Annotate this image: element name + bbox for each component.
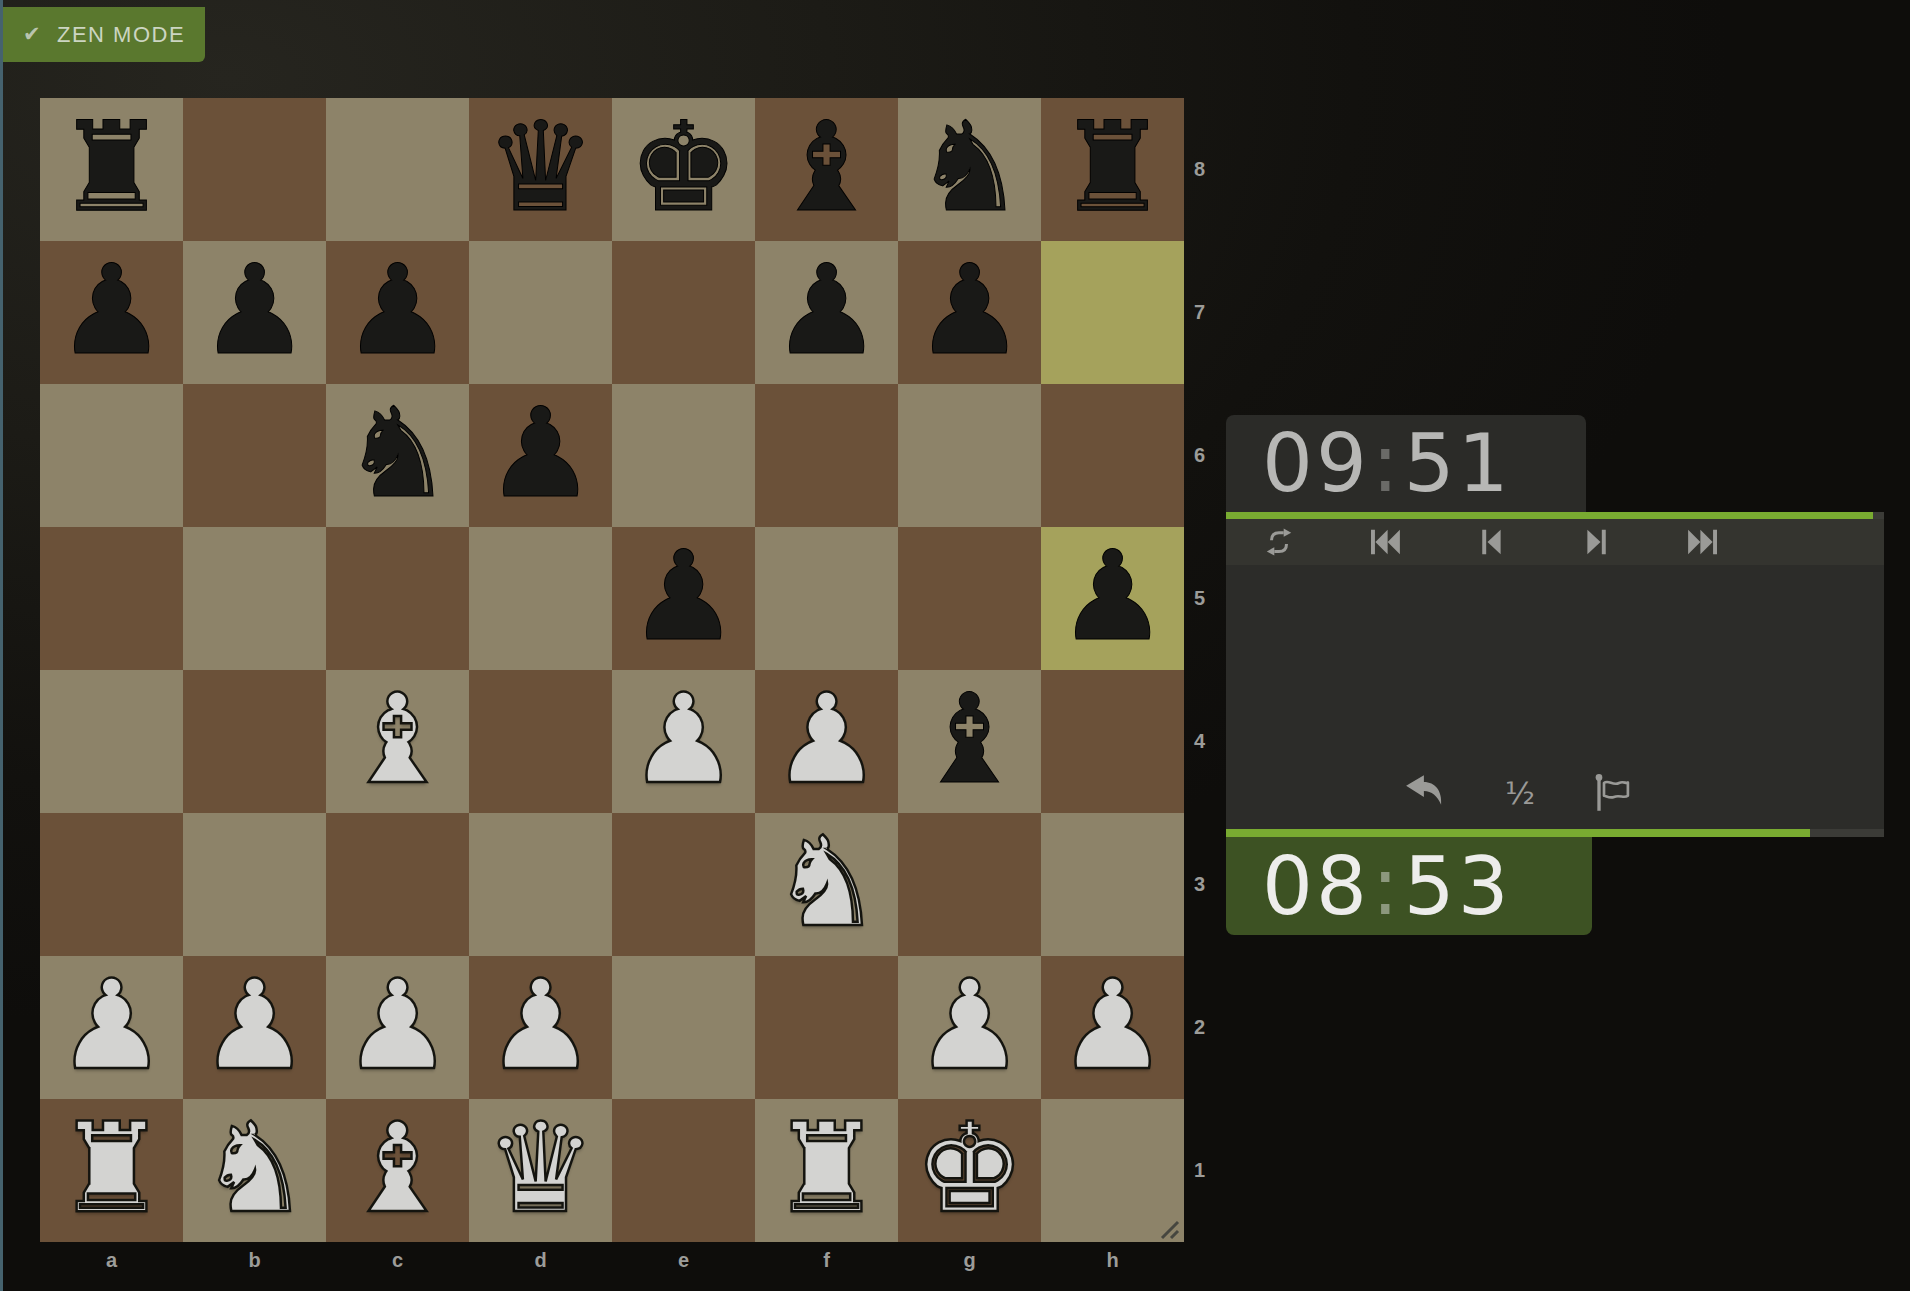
skip-to-start-icon: [1368, 528, 1402, 556]
square-e2[interactable]: [612, 956, 755, 1099]
square-h7[interactable]: [1041, 241, 1184, 384]
flip-board-button[interactable]: [1226, 519, 1332, 565]
draw-offer-button[interactable]: ½: [1498, 768, 1542, 818]
square-c5[interactable]: [326, 527, 469, 670]
square-f1[interactable]: ♜: [755, 1099, 898, 1242]
black-pawn[interactable]: ♟: [1057, 534, 1168, 658]
square-a1[interactable]: ♜: [40, 1099, 183, 1242]
black-queen[interactable]: ♛: [485, 105, 596, 229]
square-a5[interactable]: [40, 527, 183, 670]
black-clock-seconds: 51: [1404, 417, 1512, 510]
square-b7[interactable]: ♟: [183, 241, 326, 384]
black-bishop[interactable]: ♝: [914, 677, 1025, 801]
square-e8[interactable]: ♚: [612, 98, 755, 241]
file-label-b: b: [183, 1249, 326, 1277]
white-time-bar-fill: [1226, 829, 1810, 837]
rank-label-2: 2: [1192, 956, 1218, 1099]
white-pawn[interactable]: ♟: [485, 963, 596, 1087]
white-pawn[interactable]: ♟: [914, 963, 1025, 1087]
resign-button[interactable]: [1592, 768, 1636, 818]
square-e1[interactable]: [612, 1099, 755, 1242]
white-clock-colon: :: [1372, 840, 1402, 933]
move-navigation-bar: [1226, 519, 1884, 565]
square-g4[interactable]: ♝: [898, 670, 1041, 813]
square-c4[interactable]: ♝: [326, 670, 469, 813]
square-a3[interactable]: [40, 813, 183, 956]
check-icon: ✔: [23, 22, 42, 46]
rank-coordinates: 87654321: [1192, 98, 1218, 1242]
square-f6[interactable]: [755, 384, 898, 527]
white-rook[interactable]: ♜: [56, 1106, 167, 1230]
black-pawn[interactable]: ♟: [199, 248, 310, 372]
square-f3[interactable]: ♞: [755, 813, 898, 956]
rank-label-4: 4: [1192, 670, 1218, 813]
zen-mode-label: ZEN MODE: [57, 22, 185, 48]
square-g3[interactable]: [898, 813, 1041, 956]
black-clock-minutes: 09: [1262, 417, 1370, 510]
square-g8[interactable]: ♞: [898, 98, 1041, 241]
square-d7[interactable]: [469, 241, 612, 384]
white-pawn[interactable]: ♟: [771, 677, 882, 801]
black-pawn[interactable]: ♟: [485, 391, 596, 515]
flag-icon: [1594, 773, 1634, 813]
square-f7[interactable]: ♟: [755, 241, 898, 384]
square-a2[interactable]: ♟: [40, 956, 183, 1099]
square-d1[interactable]: ♛: [469, 1099, 612, 1242]
board-resize-handle[interactable]: [1152, 1212, 1180, 1240]
last-move-button[interactable]: [1650, 519, 1756, 565]
rank-label-6: 6: [1192, 384, 1218, 527]
white-pawn[interactable]: ♟: [1057, 963, 1168, 1087]
square-h3[interactable]: [1041, 813, 1184, 956]
square-g2[interactable]: ♟: [898, 956, 1041, 1099]
black-pawn[interactable]: ♟: [771, 248, 882, 372]
square-e6[interactable]: [612, 384, 755, 527]
square-h8[interactable]: ♜: [1041, 98, 1184, 241]
white-pawn[interactable]: ♟: [199, 963, 310, 1087]
square-h2[interactable]: ♟: [1041, 956, 1184, 1099]
rank-label-5: 5: [1192, 527, 1218, 670]
square-c8[interactable]: [326, 98, 469, 241]
square-a6[interactable]: [40, 384, 183, 527]
square-f4[interactable]: ♟: [755, 670, 898, 813]
next-move-button[interactable]: [1544, 519, 1650, 565]
white-pawn[interactable]: ♟: [628, 677, 739, 801]
white-bishop[interactable]: ♝: [342, 677, 453, 801]
file-label-g: g: [898, 1249, 1041, 1277]
square-e7[interactable]: [612, 241, 755, 384]
square-b1[interactable]: ♞: [183, 1099, 326, 1242]
square-e3[interactable]: [612, 813, 755, 956]
white-king[interactable]: ♚: [914, 1106, 1025, 1230]
black-pawn[interactable]: ♟: [56, 248, 167, 372]
skip-to-end-icon: [1686, 528, 1720, 556]
square-d8[interactable]: ♛: [469, 98, 612, 241]
square-b5[interactable]: [183, 527, 326, 670]
game-action-row: ½: [1226, 762, 1812, 824]
rank-label-8: 8: [1192, 98, 1218, 241]
square-a7[interactable]: ♟: [40, 241, 183, 384]
black-rook[interactable]: ♜: [56, 105, 167, 229]
cycle-arrows-icon: [1264, 527, 1294, 557]
white-clock-minutes: 08: [1262, 840, 1370, 933]
undo-arrow-icon: [1402, 773, 1448, 813]
white-knight[interactable]: ♞: [771, 820, 882, 944]
white-pawn[interactable]: ♟: [342, 963, 453, 1087]
file-label-d: d: [469, 1249, 612, 1277]
square-d5[interactable]: [469, 527, 612, 670]
rank-label-7: 7: [1192, 241, 1218, 384]
first-move-button[interactable]: [1332, 519, 1438, 565]
square-c2[interactable]: ♟: [326, 956, 469, 1099]
square-b6[interactable]: [183, 384, 326, 527]
square-b8[interactable]: [183, 98, 326, 241]
black-rook[interactable]: ♜: [1057, 105, 1168, 229]
file-label-a: a: [40, 1249, 183, 1277]
black-pawn[interactable]: ♟: [628, 534, 739, 658]
white-clock-seconds: 53: [1404, 840, 1512, 933]
square-a4[interactable]: [40, 670, 183, 813]
square-c3[interactable]: [326, 813, 469, 956]
square-e4[interactable]: ♟: [612, 670, 755, 813]
file-label-e: e: [612, 1249, 755, 1277]
white-queen[interactable]: ♛: [485, 1106, 596, 1230]
square-g5[interactable]: [898, 527, 1041, 670]
square-g7[interactable]: ♟: [898, 241, 1041, 384]
square-h4[interactable]: [1041, 670, 1184, 813]
file-label-f: f: [755, 1249, 898, 1277]
white-knight[interactable]: ♞: [199, 1106, 310, 1230]
step-back-icon: [1479, 528, 1503, 556]
black-pawn[interactable]: ♟: [914, 248, 1025, 372]
square-c6[interactable]: ♞: [326, 384, 469, 527]
square-b2[interactable]: ♟: [183, 956, 326, 1099]
square-b4[interactable]: [183, 670, 326, 813]
black-time-bar-fill: [1226, 512, 1873, 519]
square-f5[interactable]: [755, 527, 898, 670]
square-d2[interactable]: ♟: [469, 956, 612, 1099]
square-d4[interactable]: [469, 670, 612, 813]
white-clock: 08:53: [1226, 837, 1592, 935]
black-knight[interactable]: ♞: [342, 391, 453, 515]
zen-mode-button[interactable]: ✔ ZEN MODE: [3, 7, 205, 62]
previous-move-button[interactable]: [1438, 519, 1544, 565]
square-g1[interactable]: ♚: [898, 1099, 1041, 1242]
rank-label-3: 3: [1192, 813, 1218, 956]
half-point-label: ½: [1505, 775, 1535, 811]
white-time-bar: [1226, 829, 1884, 837]
square-h6[interactable]: [1041, 384, 1184, 527]
square-d6[interactable]: ♟: [469, 384, 612, 527]
white-pawn[interactable]: ♟: [56, 963, 167, 1087]
white-rook[interactable]: ♜: [771, 1106, 882, 1230]
rank-label-1: 1: [1192, 1099, 1218, 1242]
square-g6[interactable]: [898, 384, 1041, 527]
black-clock-colon: :: [1372, 417, 1402, 510]
black-time-bar: [1226, 512, 1884, 519]
black-king[interactable]: ♚: [628, 105, 739, 229]
square-c1[interactable]: ♝: [326, 1099, 469, 1242]
file-label-h: h: [1041, 1249, 1184, 1277]
window-left-edge: [0, 0, 3, 1291]
file-coordinates: abcdefgh: [40, 1249, 1184, 1277]
square-f8[interactable]: ♝: [755, 98, 898, 241]
white-bishop[interactable]: ♝: [342, 1106, 453, 1230]
black-knight[interactable]: ♞: [914, 105, 1025, 229]
black-bishop[interactable]: ♝: [771, 105, 882, 229]
square-f2[interactable]: [755, 956, 898, 1099]
square-a8[interactable]: ♜: [40, 98, 183, 241]
chess-board[interactable]: ♜♛♚♝♞♜♟♟♟♟♟♞♟♟♟♝♟♟♝♞♟♟♟♟♟♟♜♞♝♛♜♚: [40, 98, 1184, 1242]
square-e5[interactable]: ♟: [612, 527, 755, 670]
square-d3[interactable]: [469, 813, 612, 956]
file-label-c: c: [326, 1249, 469, 1277]
black-clock: 09:51: [1226, 415, 1586, 512]
square-h5[interactable]: ♟: [1041, 527, 1184, 670]
black-pawn[interactable]: ♟: [342, 248, 453, 372]
square-b3[interactable]: [183, 813, 326, 956]
takeback-button[interactable]: [1402, 768, 1448, 818]
step-forward-icon: [1585, 528, 1609, 556]
square-c7[interactable]: ♟: [326, 241, 469, 384]
